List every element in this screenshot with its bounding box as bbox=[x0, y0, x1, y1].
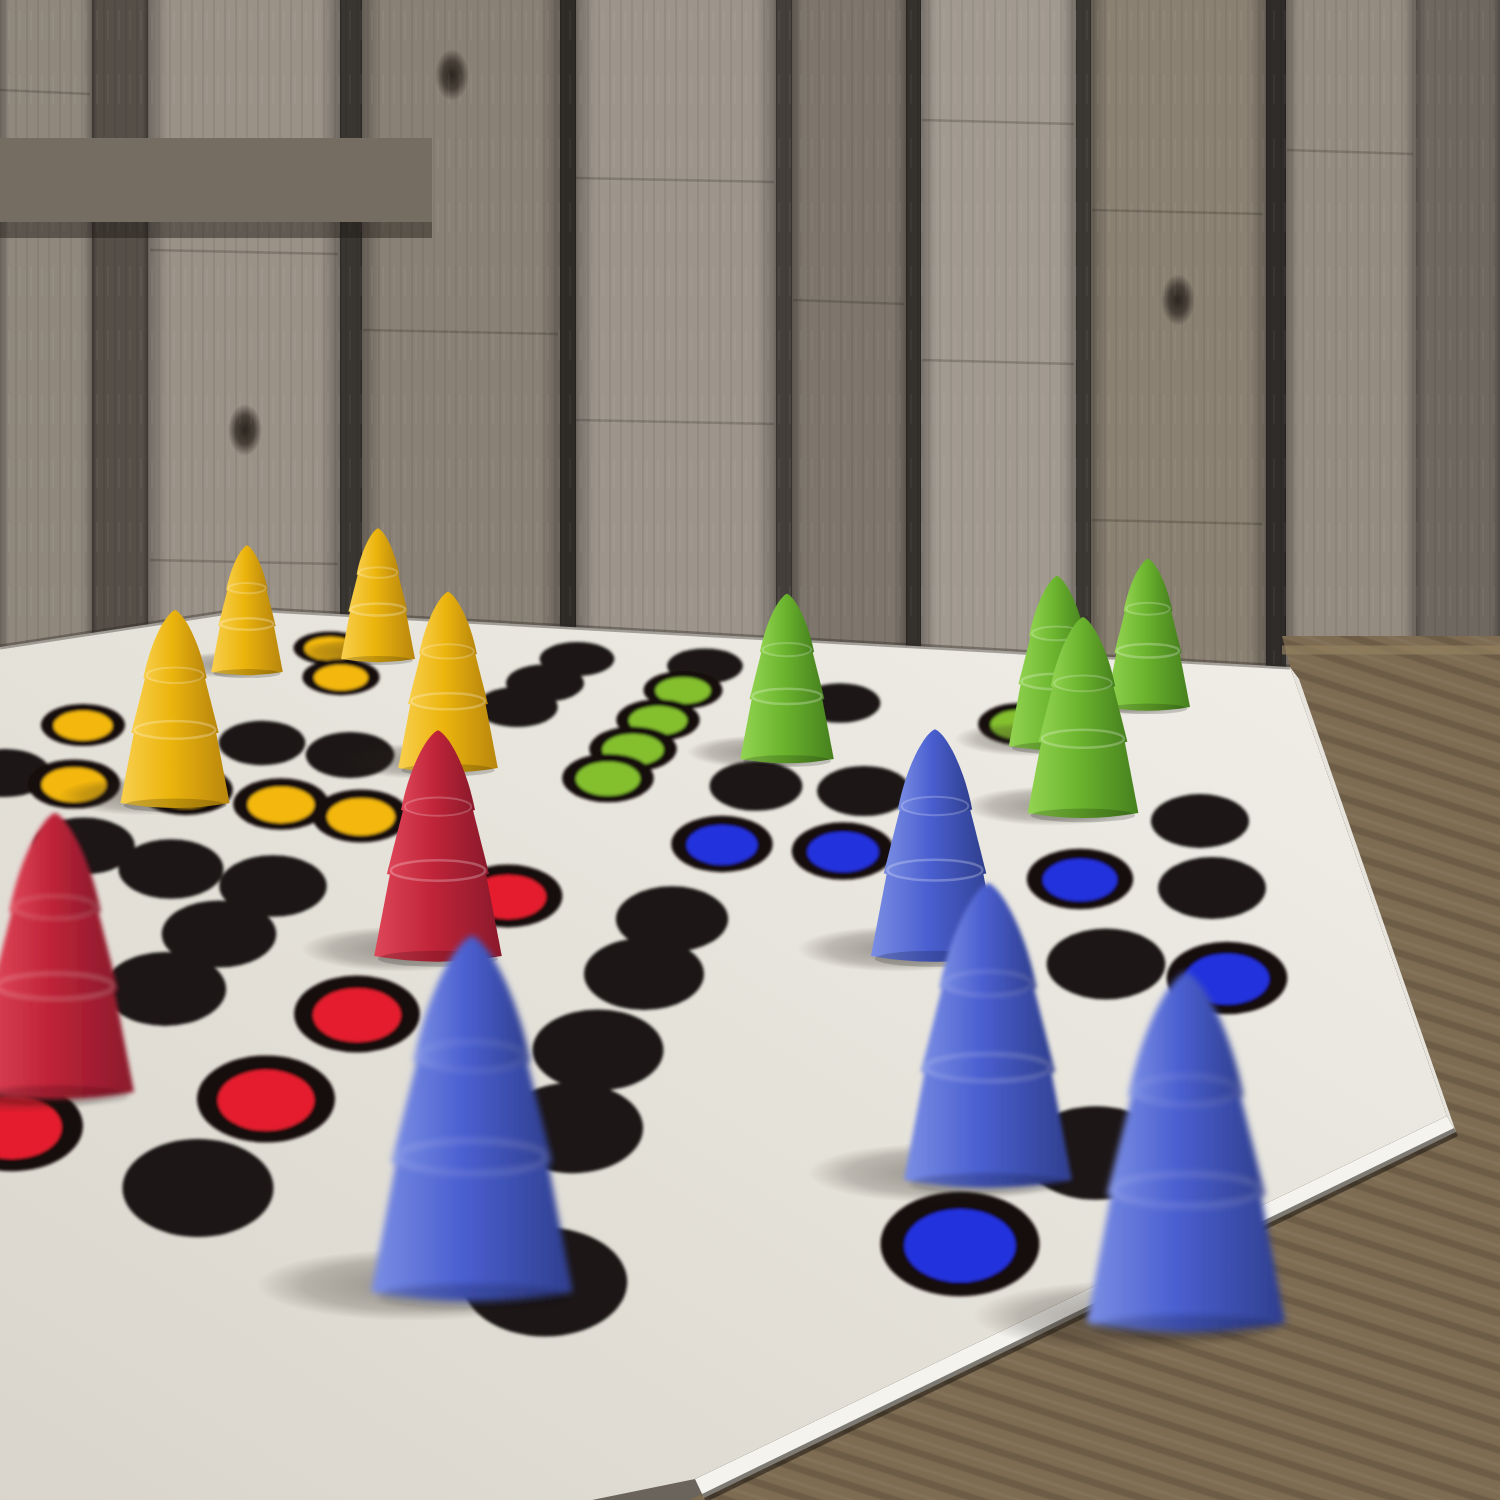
field-dot-fill bbox=[687, 825, 758, 865]
scene-render bbox=[0, 0, 1500, 1500]
field-dot-track[interactable] bbox=[533, 1009, 664, 1090]
field-dot-track[interactable] bbox=[817, 766, 911, 816]
field-dot-fill bbox=[807, 832, 879, 872]
field-dot-track[interactable] bbox=[119, 839, 224, 898]
ludo-board-photo bbox=[0, 0, 1500, 1500]
piece-base-contact bbox=[1031, 808, 1135, 822]
field-dot-blue[interactable] bbox=[881, 1192, 1040, 1296]
field-dot-track[interactable] bbox=[123, 1139, 274, 1237]
field-dot-fill bbox=[904, 1209, 1015, 1282]
field-dot-blue[interactable] bbox=[671, 816, 772, 872]
field-dot-fill bbox=[313, 988, 401, 1042]
piece-base-contact bbox=[343, 656, 412, 665]
field-dot-fill bbox=[314, 665, 368, 691]
field-dot-fill bbox=[1043, 859, 1117, 901]
piece-base-contact bbox=[377, 1284, 567, 1309]
fence-rail-grain bbox=[0, 138, 432, 222]
field-dot-yellow[interactable] bbox=[312, 789, 409, 842]
field-dot-red[interactable] bbox=[294, 976, 420, 1053]
piece-base-contact bbox=[1093, 1315, 1280, 1340]
piece-base-contact bbox=[909, 1173, 1067, 1194]
field-dot-track[interactable] bbox=[219, 721, 306, 765]
field-dot-fill bbox=[327, 798, 395, 835]
field-dot-blue[interactable] bbox=[1027, 849, 1133, 910]
field-dot-fill bbox=[248, 787, 315, 823]
field-dot-green[interactable] bbox=[562, 754, 654, 803]
field-dot-blue[interactable] bbox=[792, 822, 894, 879]
field-dot-red[interactable] bbox=[197, 1056, 335, 1143]
piece-base-contact bbox=[213, 669, 280, 678]
field-dot-fill bbox=[218, 1070, 315, 1131]
fence-rail-shadow bbox=[0, 222, 432, 238]
piece-base-contact bbox=[743, 755, 831, 767]
field-dot-track[interactable] bbox=[584, 938, 704, 1010]
scene-svg bbox=[0, 0, 1500, 1500]
field-dot-yellow[interactable] bbox=[41, 704, 125, 746]
piece-base-contact bbox=[1109, 704, 1188, 715]
field-dot-fill bbox=[54, 711, 113, 741]
field-dot-fill bbox=[576, 762, 640, 796]
field-dot-track[interactable] bbox=[104, 952, 226, 1026]
field-dot-track[interactable] bbox=[1151, 794, 1249, 848]
piece-base-contact bbox=[124, 799, 227, 813]
field-dot-track[interactable] bbox=[1158, 857, 1266, 919]
field-dot-track[interactable] bbox=[1047, 929, 1166, 1000]
